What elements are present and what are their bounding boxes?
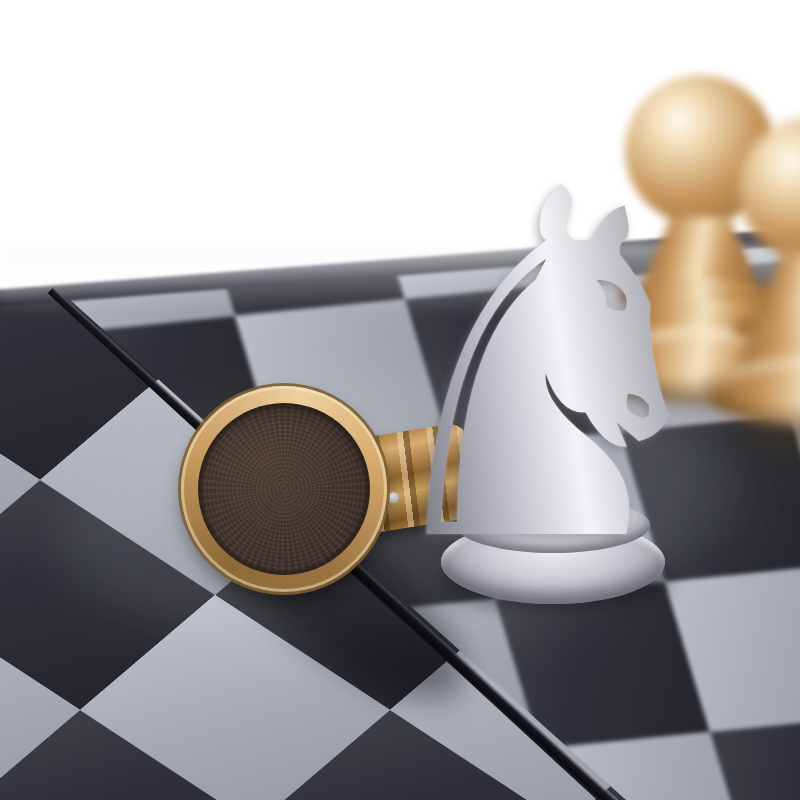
photo-stage: ♞ xyxy=(0,0,800,800)
felt-pad xyxy=(198,403,370,575)
pawn-ball xyxy=(739,118,800,261)
board-square xyxy=(0,20,135,250)
knight-glyph: ♞ xyxy=(358,171,737,565)
fallen-gold-knight-felt-base xyxy=(181,386,387,592)
pawn-neck xyxy=(753,253,800,321)
silver-knight-piece: ♞ xyxy=(372,160,722,565)
